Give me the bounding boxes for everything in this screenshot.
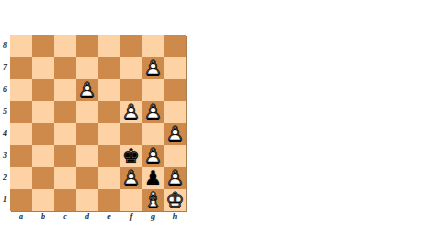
- square-b1[interactable]: [32, 189, 54, 211]
- square-c3[interactable]: [54, 145, 76, 167]
- file-label-g: g: [142, 211, 164, 222]
- piece-white-bishop[interactable]: ♝♗: [142, 189, 164, 211]
- square-a2[interactable]: [10, 167, 32, 189]
- piece-black-king[interactable]: ♚: [120, 145, 142, 167]
- square-a1[interactable]: [10, 189, 32, 211]
- white-pawn-outline-glyph: ♙: [120, 101, 142, 123]
- square-e8[interactable]: [98, 35, 120, 57]
- piece-white-pawn[interactable]: ♟♙: [142, 101, 164, 123]
- square-f4[interactable]: [120, 123, 142, 145]
- square-d8[interactable]: [76, 35, 98, 57]
- square-f8[interactable]: [120, 35, 142, 57]
- square-c4[interactable]: [54, 123, 76, 145]
- white-pawn-outline-glyph: ♙: [142, 101, 164, 123]
- square-f5[interactable]: ♟♙: [120, 101, 142, 123]
- square-a4[interactable]: [10, 123, 32, 145]
- square-d4[interactable]: [76, 123, 98, 145]
- square-g3[interactable]: ♟♙: [142, 145, 164, 167]
- chess-board[interactable]: ♟♙♟♙♟♙♟♙♟♙♚♟♙♟♙♟♟♙♝♗♚♔: [10, 35, 186, 211]
- square-f1[interactable]: [120, 189, 142, 211]
- square-c6[interactable]: [54, 79, 76, 101]
- square-h2[interactable]: ♟♙: [164, 167, 186, 189]
- file-label-a: a: [10, 211, 32, 222]
- piece-black-pawn[interactable]: ♟: [142, 167, 164, 189]
- rank-label-2: 2: [0, 167, 7, 189]
- file-label-h: h: [164, 211, 186, 222]
- square-e5[interactable]: [98, 101, 120, 123]
- square-b8[interactable]: [32, 35, 54, 57]
- white-king-outline-glyph: ♔: [164, 189, 186, 211]
- square-a3[interactable]: [10, 145, 32, 167]
- square-e2[interactable]: [98, 167, 120, 189]
- square-e1[interactable]: [98, 189, 120, 211]
- square-a5[interactable]: [10, 101, 32, 123]
- square-a6[interactable]: [10, 79, 32, 101]
- piece-white-pawn[interactable]: ♟♙: [120, 101, 142, 123]
- square-c2[interactable]: [54, 167, 76, 189]
- file-label-f: f: [120, 211, 142, 222]
- square-b4[interactable]: [32, 123, 54, 145]
- white-bishop-outline-glyph: ♗: [142, 189, 164, 211]
- square-f7[interactable]: [120, 57, 142, 79]
- square-b3[interactable]: [32, 145, 54, 167]
- square-h1[interactable]: ♚♔: [164, 189, 186, 211]
- rank-label-8: 8: [0, 35, 7, 57]
- rank-label-5: 5: [0, 101, 7, 123]
- square-h5[interactable]: [164, 101, 186, 123]
- square-e3[interactable]: [98, 145, 120, 167]
- white-pawn-outline-glyph: ♙: [120, 167, 142, 189]
- piece-white-pawn[interactable]: ♟♙: [142, 57, 164, 79]
- square-e6[interactable]: [98, 79, 120, 101]
- white-pawn-outline-glyph: ♙: [142, 145, 164, 167]
- square-c8[interactable]: [54, 35, 76, 57]
- piece-white-pawn[interactable]: ♟♙: [76, 79, 98, 101]
- square-b5[interactable]: [32, 101, 54, 123]
- rank-label-3: 3: [0, 145, 7, 167]
- rank-label-1: 1: [0, 189, 7, 211]
- screenshot-root: 87654321 ♟♙♟♙♟♙♟♙♟♙♚♟♙♟♙♟♟♙♝♗♚♔ abcdefgh: [0, 0, 424, 239]
- white-pawn-outline-glyph: ♙: [76, 79, 98, 101]
- square-e4[interactable]: [98, 123, 120, 145]
- square-h7[interactable]: [164, 57, 186, 79]
- square-d6[interactable]: ♟♙: [76, 79, 98, 101]
- square-a7[interactable]: [10, 57, 32, 79]
- piece-white-pawn[interactable]: ♟♙: [120, 167, 142, 189]
- white-pawn-outline-glyph: ♙: [164, 167, 186, 189]
- square-g2[interactable]: ♟: [142, 167, 164, 189]
- square-b7[interactable]: [32, 57, 54, 79]
- square-b6[interactable]: [32, 79, 54, 101]
- piece-white-pawn[interactable]: ♟♙: [164, 167, 186, 189]
- square-g5[interactable]: ♟♙: [142, 101, 164, 123]
- square-d5[interactable]: [76, 101, 98, 123]
- square-g1[interactable]: ♝♗: [142, 189, 164, 211]
- square-g8[interactable]: [142, 35, 164, 57]
- square-h8[interactable]: [164, 35, 186, 57]
- square-e7[interactable]: [98, 57, 120, 79]
- piece-white-king[interactable]: ♚♔: [164, 189, 186, 211]
- file-label-d: d: [76, 211, 98, 222]
- white-pawn-outline-glyph: ♙: [164, 123, 186, 145]
- square-f6[interactable]: [120, 79, 142, 101]
- square-h3[interactable]: [164, 145, 186, 167]
- square-d1[interactable]: [76, 189, 98, 211]
- square-c1[interactable]: [54, 189, 76, 211]
- square-g6[interactable]: [142, 79, 164, 101]
- rank-label-6: 6: [0, 79, 7, 101]
- rank-labels: 87654321: [0, 35, 9, 211]
- piece-white-pawn[interactable]: ♟♙: [142, 145, 164, 167]
- square-d7[interactable]: [76, 57, 98, 79]
- piece-white-pawn[interactable]: ♟♙: [164, 123, 186, 145]
- file-label-c: c: [54, 211, 76, 222]
- white-pawn-outline-glyph: ♙: [142, 57, 164, 79]
- square-h6[interactable]: [164, 79, 186, 101]
- black-king-glyph: ♚: [120, 145, 142, 167]
- rank-label-7: 7: [0, 57, 7, 79]
- file-label-b: b: [32, 211, 54, 222]
- square-c7[interactable]: [54, 57, 76, 79]
- square-c5[interactable]: [54, 101, 76, 123]
- rank-label-4: 4: [0, 123, 7, 145]
- square-f3[interactable]: ♚: [120, 145, 142, 167]
- square-g7[interactable]: ♟♙: [142, 57, 164, 79]
- file-label-e: e: [98, 211, 120, 222]
- square-a8[interactable]: [10, 35, 32, 57]
- file-labels: abcdefgh: [10, 211, 186, 222]
- square-d2[interactable]: [76, 167, 98, 189]
- square-d3[interactable]: [76, 145, 98, 167]
- square-f2[interactable]: ♟♙: [120, 167, 142, 189]
- square-g4[interactable]: [142, 123, 164, 145]
- square-b2[interactable]: [32, 167, 54, 189]
- square-h4[interactable]: ♟♙: [164, 123, 186, 145]
- black-pawn-glyph: ♟: [142, 167, 164, 189]
